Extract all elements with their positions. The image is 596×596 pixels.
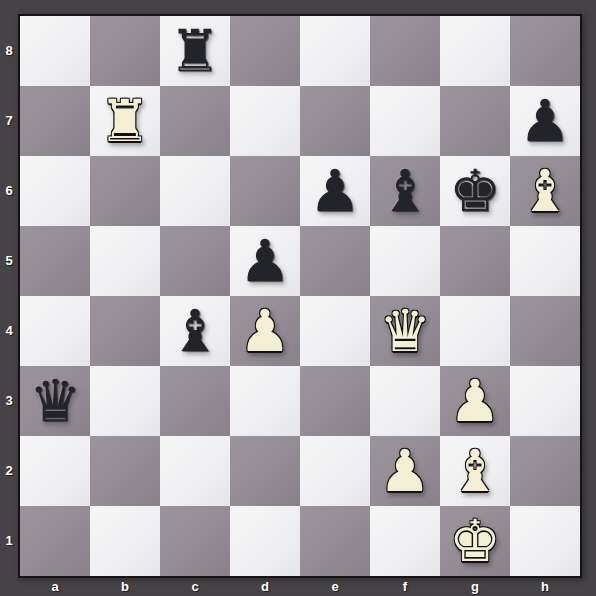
square-h4[interactable]	[510, 296, 580, 366]
piece-white-pawn[interactable]: ♟	[239, 296, 291, 366]
square-g4[interactable]	[440, 296, 510, 366]
square-g2[interactable]: ♝	[440, 436, 510, 506]
square-e7[interactable]	[300, 86, 370, 156]
square-g6[interactable]: ♚	[440, 156, 510, 226]
square-b6[interactable]	[90, 156, 160, 226]
chess-board-frame: ♜♜♟♟♝♚♝♟♝♟♛♛♟♟♝♚ 87654321 abcdefgh	[0, 0, 596, 596]
square-e8[interactable]	[300, 16, 370, 86]
piece-white-king[interactable]: ♚	[449, 506, 501, 576]
piece-black-bishop[interactable]: ♝	[169, 296, 221, 366]
square-e1[interactable]	[300, 506, 370, 576]
square-c2[interactable]	[160, 436, 230, 506]
square-a5[interactable]	[20, 226, 90, 296]
piece-black-pawn[interactable]: ♟	[239, 226, 291, 296]
square-a4[interactable]	[20, 296, 90, 366]
square-f7[interactable]	[370, 86, 440, 156]
piece-white-pawn[interactable]: ♟	[379, 436, 431, 506]
square-c7[interactable]	[160, 86, 230, 156]
square-b3[interactable]	[90, 366, 160, 436]
rank-label-1: 1	[0, 506, 18, 576]
square-e2[interactable]	[300, 436, 370, 506]
square-d2[interactable]	[230, 436, 300, 506]
square-e3[interactable]	[300, 366, 370, 436]
piece-black-pawn[interactable]: ♟	[519, 86, 571, 156]
square-g5[interactable]	[440, 226, 510, 296]
square-g7[interactable]	[440, 86, 510, 156]
square-g8[interactable]	[440, 16, 510, 86]
square-c4[interactable]: ♝	[160, 296, 230, 366]
square-e4[interactable]	[300, 296, 370, 366]
square-c1[interactable]	[160, 506, 230, 576]
square-b5[interactable]	[90, 226, 160, 296]
square-a3[interactable]: ♛	[20, 366, 90, 436]
square-b7[interactable]: ♜	[90, 86, 160, 156]
piece-black-pawn[interactable]: ♟	[309, 156, 361, 226]
square-e5[interactable]	[300, 226, 370, 296]
file-label-g: g	[440, 578, 510, 596]
square-h7[interactable]: ♟	[510, 86, 580, 156]
square-a1[interactable]	[20, 506, 90, 576]
file-label-a: a	[20, 578, 90, 596]
piece-white-bishop[interactable]: ♝	[519, 156, 571, 226]
square-h3[interactable]	[510, 366, 580, 436]
square-b8[interactable]	[90, 16, 160, 86]
piece-black-bishop[interactable]: ♝	[379, 156, 431, 226]
file-label-f: f	[370, 578, 440, 596]
square-d7[interactable]	[230, 86, 300, 156]
file-label-b: b	[90, 578, 160, 596]
square-g1[interactable]: ♚	[440, 506, 510, 576]
square-c5[interactable]	[160, 226, 230, 296]
square-h6[interactable]: ♝	[510, 156, 580, 226]
square-e6[interactable]: ♟	[300, 156, 370, 226]
square-b4[interactable]	[90, 296, 160, 366]
chess-board: ♜♜♟♟♝♚♝♟♝♟♛♛♟♟♝♚	[18, 14, 582, 578]
piece-white-rook[interactable]: ♜	[99, 86, 151, 156]
piece-white-pawn[interactable]: ♟	[449, 366, 501, 436]
square-f2[interactable]: ♟	[370, 436, 440, 506]
square-a6[interactable]	[20, 156, 90, 226]
rank-label-2: 2	[0, 436, 18, 506]
piece-black-rook[interactable]: ♜	[169, 16, 221, 86]
file-label-c: c	[160, 578, 230, 596]
square-h8[interactable]	[510, 16, 580, 86]
rank-label-4: 4	[0, 296, 18, 366]
rank-label-5: 5	[0, 226, 18, 296]
square-f4[interactable]: ♛	[370, 296, 440, 366]
file-label-d: d	[230, 578, 300, 596]
square-h5[interactable]	[510, 226, 580, 296]
rank-label-7: 7	[0, 86, 18, 156]
square-c6[interactable]	[160, 156, 230, 226]
square-d3[interactable]	[230, 366, 300, 436]
square-f3[interactable]	[370, 366, 440, 436]
square-f6[interactable]: ♝	[370, 156, 440, 226]
square-b2[interactable]	[90, 436, 160, 506]
square-g3[interactable]: ♟	[440, 366, 510, 436]
piece-white-bishop[interactable]: ♝	[449, 436, 501, 506]
square-d5[interactable]: ♟	[230, 226, 300, 296]
rank-label-6: 6	[0, 156, 18, 226]
square-a8[interactable]	[20, 16, 90, 86]
rank-label-8: 8	[0, 16, 18, 86]
square-f5[interactable]	[370, 226, 440, 296]
square-f1[interactable]	[370, 506, 440, 576]
file-label-h: h	[510, 578, 580, 596]
square-a7[interactable]	[20, 86, 90, 156]
square-f8[interactable]	[370, 16, 440, 86]
square-d8[interactable]	[230, 16, 300, 86]
square-d1[interactable]	[230, 506, 300, 576]
square-d4[interactable]: ♟	[230, 296, 300, 366]
rank-label-3: 3	[0, 366, 18, 436]
piece-black-king[interactable]: ♚	[449, 156, 501, 226]
square-h2[interactable]	[510, 436, 580, 506]
piece-black-queen[interactable]: ♛	[29, 366, 81, 436]
square-a2[interactable]	[20, 436, 90, 506]
square-b1[interactable]	[90, 506, 160, 576]
piece-white-queen[interactable]: ♛	[379, 296, 431, 366]
square-c8[interactable]: ♜	[160, 16, 230, 86]
file-label-e: e	[300, 578, 370, 596]
square-h1[interactable]	[510, 506, 580, 576]
square-d6[interactable]	[230, 156, 300, 226]
square-c3[interactable]	[160, 366, 230, 436]
